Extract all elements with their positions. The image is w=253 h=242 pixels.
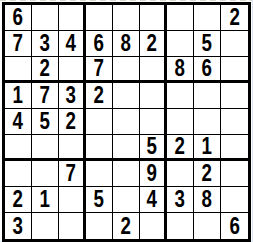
cell-r6c4[interactable] [86,135,113,161]
given-digit: 6 [202,57,212,81]
cell-r9c6[interactable] [140,213,167,239]
cell-r8c2[interactable]: 1 [32,187,59,213]
cell-r2c3[interactable]: 4 [59,31,86,57]
cell-r9c8[interactable] [194,213,221,239]
cell-r5c8[interactable] [194,109,221,135]
cell-r1c3[interactable] [59,5,86,31]
cell-r2c4[interactable]: 6 [86,31,113,57]
cell-r8c4[interactable]: 5 [86,187,113,213]
cell-r2c7[interactable] [167,31,194,57]
cell-r4c8[interactable] [194,83,221,109]
cell-r3c6[interactable] [140,57,167,83]
cell-r7c4[interactable] [86,161,113,187]
edge-artifact-top [0,0,253,1]
cell-r5c3[interactable]: 2 [59,109,86,135]
given-digit: 2 [40,57,50,81]
cell-r3c1[interactable] [5,57,32,83]
cell-r6c3[interactable] [59,135,86,161]
given-digit: 1 [13,83,23,108]
cell-r5c7[interactable] [167,109,194,135]
cell-r7c5[interactable] [113,161,140,187]
cell-r1c9[interactable]: 2 [221,5,248,31]
given-digit: 7 [66,161,76,186]
cell-r2c2[interactable]: 3 [32,31,59,57]
given-digit: 6 [13,5,23,30]
cell-r5c4[interactable] [86,109,113,135]
given-digit: 4 [147,187,157,212]
cell-r8c5[interactable] [113,187,140,213]
cell-r5c6[interactable] [140,109,167,135]
cell-r4c2[interactable]: 7 [32,83,59,109]
given-digit: 7 [94,57,104,81]
given-digit: 7 [13,31,23,56]
cell-r6c7[interactable]: 2 [167,135,194,161]
cell-r9c2[interactable] [32,213,59,239]
cell-r9c1[interactable]: 3 [5,213,32,239]
given-digit: 2 [94,83,104,108]
given-digit: 5 [147,135,157,159]
given-digit: 2 [202,161,212,186]
cell-r7c7[interactable] [167,161,194,187]
given-digit: 3 [40,31,50,56]
sudoku-page: 62734682527861732452521792215438326 [0,0,253,242]
cell-r1c1[interactable]: 6 [5,5,32,31]
cell-r9c9[interactable]: 6 [221,213,248,239]
given-digit: 7 [40,83,50,108]
cell-r4c7[interactable] [167,83,194,109]
cell-r8c6[interactable]: 4 [140,187,167,213]
cell-r5c1[interactable]: 4 [5,109,32,135]
cell-r4c3[interactable]: 3 [59,83,86,109]
cell-r7c8[interactable]: 2 [194,161,221,187]
cell-r4c6[interactable] [140,83,167,109]
cell-r1c5[interactable] [113,5,140,31]
edge-artifact-right [252,0,253,242]
cell-r4c4[interactable]: 2 [86,83,113,109]
cell-r5c5[interactable] [113,109,140,135]
cell-r9c4[interactable] [86,213,113,239]
cell-r2c8[interactable]: 5 [194,31,221,57]
given-digit: 3 [175,187,185,212]
given-digit: 2 [121,214,131,239]
cell-r6c8[interactable]: 1 [194,135,221,161]
given-digit: 5 [202,31,212,56]
cell-r8c7[interactable]: 3 [167,187,194,213]
cell-r1c6[interactable] [140,5,167,31]
cell-r3c3[interactable] [59,57,86,83]
cell-r1c8[interactable] [194,5,221,31]
given-digit: 5 [40,109,50,134]
cell-r5c2[interactable]: 5 [32,109,59,135]
given-digit: 9 [147,161,157,186]
given-digit: 4 [13,109,23,134]
given-digit: 5 [94,187,104,212]
given-digit: 2 [175,135,185,159]
cell-r9c5[interactable]: 2 [113,213,140,239]
cell-r3c5[interactable] [113,57,140,83]
cell-r2c6[interactable]: 2 [140,31,167,57]
cell-r2c1[interactable]: 7 [5,31,32,57]
given-digit: 8 [175,57,185,81]
cell-r7c6[interactable]: 9 [140,161,167,187]
cell-r3c8[interactable]: 6 [194,57,221,83]
cell-r5c9[interactable] [221,109,248,135]
cell-r6c9[interactable] [221,135,248,161]
cell-r1c2[interactable] [32,5,59,31]
given-digit: 8 [202,187,212,212]
cell-r7c3[interactable]: 7 [59,161,86,187]
given-digit: 2 [229,5,239,30]
given-digit: 8 [121,31,131,56]
cell-r7c1[interactable] [5,161,32,187]
cell-r6c5[interactable] [113,135,140,161]
given-digit: 2 [13,187,23,212]
cell-r1c4[interactable] [86,5,113,31]
cell-r9c7[interactable] [167,213,194,239]
given-digit: 6 [229,214,239,239]
cell-r4c1[interactable]: 1 [5,83,32,109]
cell-r3c4[interactable]: 7 [86,57,113,83]
cell-r6c6[interactable]: 5 [140,135,167,161]
cell-r8c1[interactable]: 2 [5,187,32,213]
cell-r3c7[interactable]: 8 [167,57,194,83]
cell-r2c5[interactable]: 8 [113,31,140,57]
given-digit: 2 [147,31,157,56]
sudoku-board: 62734682527861732452521792215438326 [2,2,251,242]
given-digit: 1 [40,187,50,212]
cell-r7c9[interactable] [221,161,248,187]
given-digit: 2 [66,109,76,134]
cell-r6c2[interactable] [32,135,59,161]
cell-r9c3[interactable] [59,213,86,239]
cell-r8c8[interactable]: 8 [194,187,221,213]
cell-r8c9[interactable] [221,187,248,213]
given-digit: 6 [94,31,104,56]
given-digit: 3 [13,214,23,239]
cell-r2c9[interactable] [221,31,248,57]
cell-r4c5[interactable] [113,83,140,109]
cell-r4c9[interactable] [221,83,248,109]
given-digit: 4 [66,31,76,56]
cell-r1c7[interactable] [167,5,194,31]
cell-r3c9[interactable] [221,57,248,83]
cell-r7c2[interactable] [32,161,59,187]
cell-r3c2[interactable]: 2 [32,57,59,83]
cell-r6c1[interactable] [5,135,32,161]
cell-r8c3[interactable] [59,187,86,213]
given-digit: 3 [66,83,76,108]
given-digit: 1 [202,135,212,159]
